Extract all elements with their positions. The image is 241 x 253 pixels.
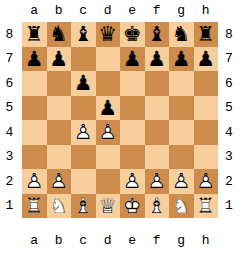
piece-outline-layer: ♙	[47, 169, 72, 194]
piece-white-knight: ♞♘	[47, 194, 72, 219]
piece-outline-layer: ♕	[96, 194, 121, 219]
file-label-g: g	[169, 0, 194, 20]
square-a3[interactable]	[22, 145, 47, 170]
square-g8[interactable]: ♞	[169, 22, 194, 47]
square-c8[interactable]: ♝	[71, 22, 96, 47]
square-b6[interactable]	[47, 71, 72, 96]
square-h6[interactable]	[194, 71, 219, 96]
rank-label-5: 5	[219, 96, 239, 121]
piece-outline-layer: ♙	[145, 169, 170, 194]
piece-outline-layer: ♙	[169, 169, 194, 194]
chess-board-diagram: abcdefgh 87654321 ♜♞♝♛♚♝♞♜♟♟♟♟♟♟♟♟♟♙♟♙♟♙…	[0, 0, 241, 253]
square-f4[interactable]	[145, 120, 170, 145]
file-label-f: f	[145, 228, 170, 252]
piece-black-rook: ♜	[194, 22, 219, 47]
piece-black-pawn: ♟	[145, 47, 170, 72]
square-e8[interactable]: ♚	[120, 22, 145, 47]
square-h2[interactable]: ♟♙	[194, 169, 219, 194]
rank-label-8: 8	[0, 22, 19, 47]
square-c7[interactable]	[71, 47, 96, 72]
piece-black-queen: ♛	[96, 22, 121, 47]
piece-black-pawn: ♟	[71, 71, 96, 96]
square-e1[interactable]: ♚♔	[120, 194, 145, 219]
file-label-d: d	[96, 0, 121, 20]
piece-black-pawn: ♟	[22, 47, 47, 72]
rank-label-1: 1	[0, 194, 19, 219]
square-e6[interactable]	[120, 71, 145, 96]
square-g4[interactable]	[169, 120, 194, 145]
square-c5[interactable]	[71, 96, 96, 121]
rank-label-2: 2	[0, 169, 19, 194]
piece-white-queen: ♛♕	[96, 194, 121, 219]
file-label-e: e	[120, 228, 145, 252]
square-a5[interactable]	[22, 96, 47, 121]
piece-white-rook: ♜♖	[22, 194, 47, 219]
square-f2[interactable]: ♟♙	[145, 169, 170, 194]
piece-black-pawn: ♟	[47, 47, 72, 72]
square-g6[interactable]	[169, 71, 194, 96]
square-h4[interactable]	[194, 120, 219, 145]
piece-white-knight: ♞♘	[169, 194, 194, 219]
square-e4[interactable]	[120, 120, 145, 145]
file-label-a: a	[22, 228, 47, 252]
square-f8[interactable]: ♝	[145, 22, 170, 47]
piece-white-king: ♚♔	[120, 194, 145, 219]
square-b1[interactable]: ♞♘	[47, 194, 72, 219]
square-b8[interactable]: ♞	[47, 22, 72, 47]
square-a1[interactable]: ♜♖	[22, 194, 47, 219]
file-label-h: h	[194, 0, 219, 20]
square-g1[interactable]: ♞♘	[169, 194, 194, 219]
piece-black-king: ♚	[120, 22, 145, 47]
piece-outline-layer: ♖	[22, 194, 47, 219]
file-label-h: h	[194, 228, 219, 252]
square-c2[interactable]	[71, 169, 96, 194]
square-d3[interactable]	[96, 145, 121, 170]
square-c3[interactable]	[71, 145, 96, 170]
square-g3[interactable]	[169, 145, 194, 170]
piece-white-bishop: ♝♗	[71, 194, 96, 219]
square-g7[interactable]: ♟	[169, 47, 194, 72]
file-labels-bottom: abcdefgh	[22, 228, 218, 252]
square-d2[interactable]	[96, 169, 121, 194]
piece-black-pawn: ♟	[96, 96, 121, 121]
square-h7[interactable]: ♟	[194, 47, 219, 72]
piece-white-pawn: ♟♙	[145, 169, 170, 194]
square-a6[interactable]	[22, 71, 47, 96]
piece-black-bishop: ♝	[71, 22, 96, 47]
piece-black-pawn: ♟	[194, 47, 219, 72]
rank-label-4: 4	[219, 120, 239, 145]
piece-white-pawn: ♟♙	[47, 169, 72, 194]
square-e5[interactable]	[120, 96, 145, 121]
piece-white-pawn: ♟♙	[96, 120, 121, 145]
piece-outline-layer: ♖	[194, 194, 219, 219]
file-label-f: f	[145, 0, 170, 20]
square-d6[interactable]	[96, 71, 121, 96]
piece-black-pawn: ♟	[169, 47, 194, 72]
square-a7[interactable]: ♟	[22, 47, 47, 72]
square-d7[interactable]	[96, 47, 121, 72]
rank-label-3: 3	[219, 145, 239, 170]
square-g5[interactable]	[169, 96, 194, 121]
piece-outline-layer: ♘	[47, 194, 72, 219]
rank-label-5: 5	[0, 96, 19, 121]
file-label-c: c	[71, 228, 96, 252]
square-a8[interactable]: ♜	[22, 22, 47, 47]
file-label-d: d	[96, 228, 121, 252]
square-a2[interactable]: ♟♙	[22, 169, 47, 194]
file-label-b: b	[47, 0, 72, 20]
piece-white-rook: ♜♖	[194, 194, 219, 219]
rank-label-3: 3	[0, 145, 19, 170]
piece-outline-layer: ♙	[96, 120, 121, 145]
piece-outline-layer: ♗	[71, 194, 96, 219]
file-label-c: c	[71, 0, 96, 20]
file-label-g: g	[169, 228, 194, 252]
square-f6[interactable]	[145, 71, 170, 96]
square-f1[interactable]: ♝♗	[145, 194, 170, 219]
square-b3[interactable]	[47, 145, 72, 170]
piece-white-pawn: ♟♙	[194, 169, 219, 194]
piece-outline-layer: ♙	[120, 169, 145, 194]
piece-black-knight: ♞	[169, 22, 194, 47]
rank-label-6: 6	[219, 71, 239, 96]
rank-label-7: 7	[0, 47, 19, 72]
rank-label-2: 2	[219, 169, 239, 194]
file-label-e: e	[120, 0, 145, 20]
square-d1[interactable]: ♛♕	[96, 194, 121, 219]
square-g2[interactable]: ♟♙	[169, 169, 194, 194]
rank-label-7: 7	[219, 47, 239, 72]
chess-board: ♜♞♝♛♚♝♞♜♟♟♟♟♟♟♟♟♟♙♟♙♟♙♟♙♟♙♟♙♟♙♟♙♜♖♞♘♝♗♛♕…	[22, 22, 218, 218]
square-f5[interactable]	[145, 96, 170, 121]
square-e2[interactable]: ♟♙	[120, 169, 145, 194]
square-b5[interactable]	[47, 96, 72, 121]
square-d8[interactable]: ♛	[96, 22, 121, 47]
file-labels-top: abcdefgh	[22, 0, 218, 20]
square-c1[interactable]: ♝♗	[71, 194, 96, 219]
piece-black-pawn: ♟	[120, 47, 145, 72]
rank-label-1: 1	[219, 194, 239, 219]
rank-label-8: 8	[219, 22, 239, 47]
rank-labels-right: 87654321	[219, 22, 239, 218]
square-e7[interactable]: ♟	[120, 47, 145, 72]
square-h5[interactable]	[194, 96, 219, 121]
square-h3[interactable]	[194, 145, 219, 170]
piece-outline-layer: ♔	[120, 194, 145, 219]
piece-white-pawn: ♟♙	[169, 169, 194, 194]
piece-outline-layer: ♘	[169, 194, 194, 219]
rank-labels-left: 87654321	[0, 22, 19, 218]
square-a4[interactable]	[22, 120, 47, 145]
square-b7[interactable]: ♟	[47, 47, 72, 72]
piece-white-pawn: ♟♙	[71, 120, 96, 145]
square-d5[interactable]: ♟	[96, 96, 121, 121]
rank-label-4: 4	[0, 120, 19, 145]
piece-black-bishop: ♝	[145, 22, 170, 47]
piece-white-pawn: ♟♙	[120, 169, 145, 194]
file-label-a: a	[22, 0, 47, 20]
piece-white-pawn: ♟♙	[22, 169, 47, 194]
piece-outline-layer: ♙	[22, 169, 47, 194]
square-b4[interactable]	[47, 120, 72, 145]
piece-outline-layer: ♗	[145, 194, 170, 219]
square-d4[interactable]: ♟♙	[96, 120, 121, 145]
square-h1[interactable]: ♜♖	[194, 194, 219, 219]
square-c4[interactable]: ♟♙	[71, 120, 96, 145]
square-b2[interactable]: ♟♙	[47, 169, 72, 194]
piece-black-knight: ♞	[47, 22, 72, 47]
square-h8[interactable]: ♜	[194, 22, 219, 47]
piece-white-bishop: ♝♗	[145, 194, 170, 219]
piece-black-rook: ♜	[22, 22, 47, 47]
square-f7[interactable]: ♟	[145, 47, 170, 72]
square-c6[interactable]: ♟	[71, 71, 96, 96]
rank-label-6: 6	[0, 71, 19, 96]
square-e3[interactable]	[120, 145, 145, 170]
piece-outline-layer: ♙	[71, 120, 96, 145]
file-label-b: b	[47, 228, 72, 252]
piece-outline-layer: ♙	[194, 169, 219, 194]
square-f3[interactable]	[145, 145, 170, 170]
